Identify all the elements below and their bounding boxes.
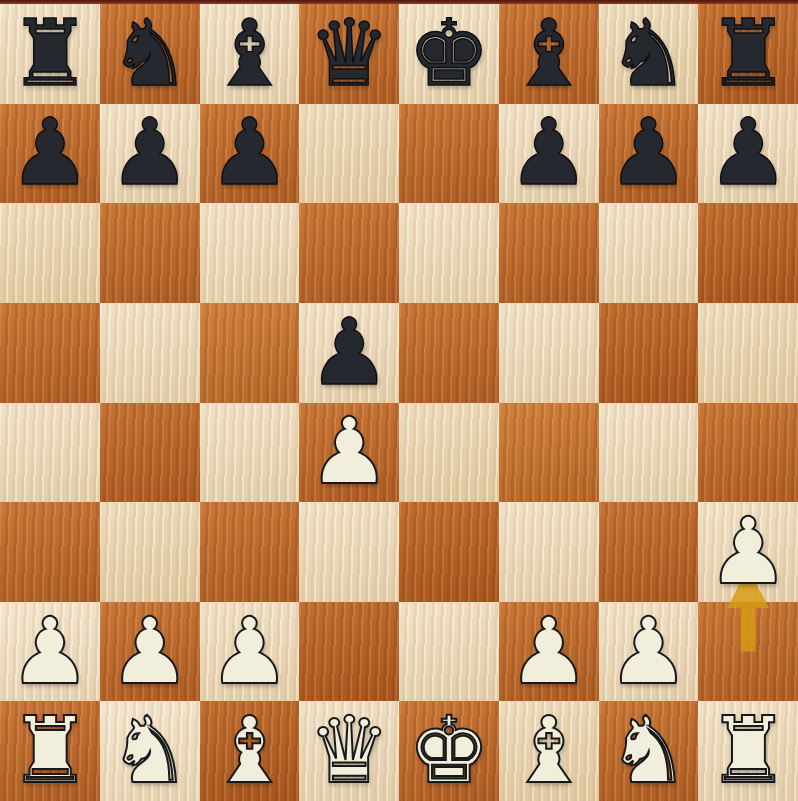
square-e8[interactable]: ♚: [399, 4, 499, 104]
square-a7[interactable]: ♟: [0, 104, 100, 204]
piece-white-pawn[interactable]: ♟: [308, 406, 390, 498]
piece-white-bishop[interactable]: ♝: [208, 705, 290, 797]
square-a3[interactable]: [0, 502, 100, 602]
square-h2[interactable]: [698, 602, 798, 702]
square-c4[interactable]: [200, 403, 300, 503]
square-d5[interactable]: ♟: [299, 303, 399, 403]
square-f3[interactable]: [499, 502, 599, 602]
square-f4[interactable]: [499, 403, 599, 503]
square-e4[interactable]: [399, 403, 499, 503]
square-h4[interactable]: [698, 403, 798, 503]
piece-black-pawn[interactable]: ♟: [208, 107, 290, 199]
piece-black-pawn[interactable]: ♟: [108, 107, 190, 199]
square-h5[interactable]: [698, 303, 798, 403]
square-c2[interactable]: ♟: [200, 602, 300, 702]
piece-white-queen[interactable]: ♛: [308, 705, 390, 797]
square-f6[interactable]: [499, 203, 599, 303]
piece-black-pawn[interactable]: ♟: [308, 307, 390, 399]
square-f7[interactable]: ♟: [499, 104, 599, 204]
piece-white-pawn[interactable]: ♟: [607, 606, 689, 698]
piece-black-queen[interactable]: ♛: [308, 8, 390, 100]
square-g3[interactable]: [599, 502, 699, 602]
piece-black-pawn[interactable]: ♟: [9, 107, 91, 199]
square-c5[interactable]: [200, 303, 300, 403]
square-g4[interactable]: [599, 403, 699, 503]
square-a4[interactable]: [0, 403, 100, 503]
square-f1[interactable]: ♝: [499, 701, 599, 801]
square-d7[interactable]: [299, 104, 399, 204]
square-h8[interactable]: ♜: [698, 4, 798, 104]
square-d3[interactable]: [299, 502, 399, 602]
piece-white-rook[interactable]: ♜: [9, 705, 91, 797]
piece-black-king[interactable]: ♚: [408, 8, 490, 100]
piece-white-pawn[interactable]: ♟: [108, 606, 190, 698]
square-d6[interactable]: [299, 203, 399, 303]
square-g2[interactable]: ♟: [599, 602, 699, 702]
square-c7[interactable]: ♟: [200, 104, 300, 204]
piece-black-knight[interactable]: ♞: [108, 8, 190, 100]
square-c3[interactable]: [200, 502, 300, 602]
piece-black-rook[interactable]: ♜: [707, 8, 789, 100]
piece-white-rook[interactable]: ♜: [707, 705, 789, 797]
square-c8[interactable]: ♝: [200, 4, 300, 104]
piece-white-pawn[interactable]: ♟: [507, 606, 589, 698]
square-e1[interactable]: ♚: [399, 701, 499, 801]
square-b3[interactable]: [100, 502, 200, 602]
piece-black-rook[interactable]: ♜: [9, 8, 91, 100]
square-f5[interactable]: [499, 303, 599, 403]
piece-white-knight[interactable]: ♞: [108, 705, 190, 797]
square-e6[interactable]: [399, 203, 499, 303]
square-h3[interactable]: ♟: [698, 502, 798, 602]
square-b6[interactable]: [100, 203, 200, 303]
square-e5[interactable]: [399, 303, 499, 403]
square-f2[interactable]: ♟: [499, 602, 599, 702]
piece-black-knight[interactable]: ♞: [607, 8, 689, 100]
piece-black-pawn[interactable]: ♟: [707, 107, 789, 199]
square-b2[interactable]: ♟: [100, 602, 200, 702]
square-c6[interactable]: [200, 203, 300, 303]
square-a8[interactable]: ♜: [0, 4, 100, 104]
square-c1[interactable]: ♝: [200, 701, 300, 801]
square-d2[interactable]: [299, 602, 399, 702]
square-g7[interactable]: ♟: [599, 104, 699, 204]
square-b7[interactable]: ♟: [100, 104, 200, 204]
square-g1[interactable]: ♞: [599, 701, 699, 801]
piece-white-knight[interactable]: ♞: [607, 705, 689, 797]
square-h7[interactable]: ♟: [698, 104, 798, 204]
square-b4[interactable]: [100, 403, 200, 503]
chess-board: ♜♞♝♛♚♝♞♜♟♟♟♟♟♟♟♟♟♟♟♟♟♟♜♞♝♛♚♝♞♜: [0, 4, 798, 801]
square-a1[interactable]: ♜: [0, 701, 100, 801]
square-a6[interactable]: [0, 203, 100, 303]
square-b8[interactable]: ♞: [100, 4, 200, 104]
square-d1[interactable]: ♛: [299, 701, 399, 801]
square-g8[interactable]: ♞: [599, 4, 699, 104]
chess-app-window: ♜♞♝♛♚♝♞♜♟♟♟♟♟♟♟♟♟♟♟♟♟♟♜♞♝♛♚♝♞♜: [0, 0, 798, 801]
piece-black-bishop[interactable]: ♝: [208, 8, 290, 100]
square-b5[interactable]: [100, 303, 200, 403]
piece-black-pawn[interactable]: ♟: [507, 107, 589, 199]
square-h6[interactable]: [698, 203, 798, 303]
square-g5[interactable]: [599, 303, 699, 403]
square-d4[interactable]: ♟: [299, 403, 399, 503]
square-f8[interactable]: ♝: [499, 4, 599, 104]
piece-white-pawn[interactable]: ♟: [9, 606, 91, 698]
square-e3[interactable]: [399, 502, 499, 602]
piece-black-bishop[interactable]: ♝: [507, 8, 589, 100]
square-e7[interactable]: [399, 104, 499, 204]
square-d8[interactable]: ♛: [299, 4, 399, 104]
piece-white-pawn[interactable]: ♟: [707, 506, 789, 598]
piece-black-pawn[interactable]: ♟: [607, 107, 689, 199]
piece-white-pawn[interactable]: ♟: [208, 606, 290, 698]
square-a5[interactable]: [0, 303, 100, 403]
square-h1[interactable]: ♜: [698, 701, 798, 801]
square-b1[interactable]: ♞: [100, 701, 200, 801]
piece-white-king[interactable]: ♚: [408, 705, 490, 797]
square-g6[interactable]: [599, 203, 699, 303]
square-e2[interactable]: [399, 602, 499, 702]
square-a2[interactable]: ♟: [0, 602, 100, 702]
piece-white-bishop[interactable]: ♝: [507, 705, 589, 797]
